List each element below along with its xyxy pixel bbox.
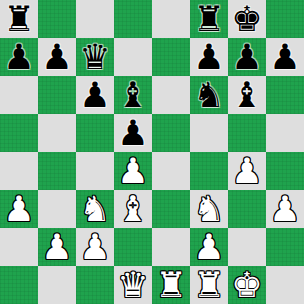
square-c4[interactable] bbox=[76, 152, 114, 190]
square-h1[interactable] bbox=[266, 266, 304, 304]
square-a3[interactable]: ♟ bbox=[0, 190, 38, 228]
white-pawn[interactable]: ♟ bbox=[117, 152, 148, 190]
black-king[interactable]: ♚ bbox=[231, 0, 262, 38]
square-c1[interactable] bbox=[76, 266, 114, 304]
square-g6[interactable]: ♝ bbox=[228, 76, 266, 114]
black-pawn[interactable]: ♟ bbox=[231, 38, 262, 76]
black-pawn[interactable]: ♟ bbox=[41, 38, 72, 76]
square-a6[interactable] bbox=[0, 76, 38, 114]
white-pawn[interactable]: ♟ bbox=[41, 228, 72, 266]
square-e4[interactable] bbox=[152, 152, 190, 190]
square-g7[interactable]: ♟ bbox=[228, 38, 266, 76]
black-pawn[interactable]: ♟ bbox=[79, 76, 110, 114]
square-b4[interactable] bbox=[38, 152, 76, 190]
square-a5[interactable] bbox=[0, 114, 38, 152]
square-e2[interactable] bbox=[152, 228, 190, 266]
square-e5[interactable] bbox=[152, 114, 190, 152]
square-h6[interactable] bbox=[266, 76, 304, 114]
black-rook[interactable]: ♜ bbox=[193, 0, 224, 38]
square-g3[interactable] bbox=[228, 190, 266, 228]
square-b2[interactable]: ♟ bbox=[38, 228, 76, 266]
square-f6[interactable]: ♞ bbox=[190, 76, 228, 114]
square-f1[interactable]: ♜ bbox=[190, 266, 228, 304]
black-pawn[interactable]: ♟ bbox=[193, 38, 224, 76]
white-pawn[interactable]: ♟ bbox=[79, 228, 110, 266]
white-rook[interactable]: ♜ bbox=[193, 266, 224, 304]
square-e6[interactable] bbox=[152, 76, 190, 114]
square-a4[interactable] bbox=[0, 152, 38, 190]
square-f7[interactable]: ♟ bbox=[190, 38, 228, 76]
square-f5[interactable] bbox=[190, 114, 228, 152]
square-d3[interactable]: ♝ bbox=[114, 190, 152, 228]
square-e3[interactable] bbox=[152, 190, 190, 228]
white-knight[interactable]: ♞ bbox=[193, 190, 224, 228]
square-h3[interactable]: ♟ bbox=[266, 190, 304, 228]
black-pawn[interactable]: ♟ bbox=[117, 114, 148, 152]
square-c8[interactable] bbox=[76, 0, 114, 38]
white-bishop[interactable]: ♝ bbox=[117, 190, 148, 228]
chess-board: ♜♜♚♟♟♛♟♟♟♟♝♞♝♟♟♟♟♞♝♞♟♟♟♟♛♜♜♚ bbox=[0, 0, 304, 304]
square-g1[interactable]: ♚ bbox=[228, 266, 266, 304]
square-b6[interactable] bbox=[38, 76, 76, 114]
square-d7[interactable] bbox=[114, 38, 152, 76]
square-b1[interactable] bbox=[38, 266, 76, 304]
white-pawn[interactable]: ♟ bbox=[3, 190, 34, 228]
white-queen[interactable]: ♛ bbox=[117, 266, 148, 304]
black-rook[interactable]: ♜ bbox=[3, 0, 34, 38]
square-h5[interactable] bbox=[266, 114, 304, 152]
square-f4[interactable] bbox=[190, 152, 228, 190]
black-queen[interactable]: ♛ bbox=[79, 38, 110, 76]
square-a7[interactable]: ♟ bbox=[0, 38, 38, 76]
square-c3[interactable]: ♞ bbox=[76, 190, 114, 228]
square-h2[interactable] bbox=[266, 228, 304, 266]
square-c5[interactable] bbox=[76, 114, 114, 152]
white-king[interactable]: ♚ bbox=[231, 266, 262, 304]
square-a2[interactable] bbox=[0, 228, 38, 266]
square-e8[interactable] bbox=[152, 0, 190, 38]
square-h7[interactable]: ♟ bbox=[266, 38, 304, 76]
square-c2[interactable]: ♟ bbox=[76, 228, 114, 266]
square-g2[interactable] bbox=[228, 228, 266, 266]
square-g4[interactable]: ♟ bbox=[228, 152, 266, 190]
square-f8[interactable]: ♜ bbox=[190, 0, 228, 38]
square-g8[interactable]: ♚ bbox=[228, 0, 266, 38]
square-d1[interactable]: ♛ bbox=[114, 266, 152, 304]
black-pawn[interactable]: ♟ bbox=[269, 38, 300, 76]
square-a1[interactable] bbox=[0, 266, 38, 304]
white-pawn[interactable]: ♟ bbox=[231, 152, 262, 190]
square-d8[interactable] bbox=[114, 0, 152, 38]
square-f3[interactable]: ♞ bbox=[190, 190, 228, 228]
white-pawn[interactable]: ♟ bbox=[269, 190, 300, 228]
square-f2[interactable]: ♟ bbox=[190, 228, 228, 266]
square-e7[interactable] bbox=[152, 38, 190, 76]
square-d6[interactable]: ♝ bbox=[114, 76, 152, 114]
square-d5[interactable]: ♟ bbox=[114, 114, 152, 152]
black-bishop[interactable]: ♝ bbox=[117, 76, 148, 114]
square-e1[interactable]: ♜ bbox=[152, 266, 190, 304]
white-rook[interactable]: ♜ bbox=[155, 266, 186, 304]
square-g5[interactable] bbox=[228, 114, 266, 152]
black-pawn[interactable]: ♟ bbox=[3, 38, 34, 76]
black-bishop[interactable]: ♝ bbox=[231, 76, 262, 114]
white-pawn[interactable]: ♟ bbox=[193, 228, 224, 266]
square-c6[interactable]: ♟ bbox=[76, 76, 114, 114]
square-h8[interactable] bbox=[266, 0, 304, 38]
square-b3[interactable] bbox=[38, 190, 76, 228]
square-b8[interactable] bbox=[38, 0, 76, 38]
square-b7[interactable]: ♟ bbox=[38, 38, 76, 76]
black-knight[interactable]: ♞ bbox=[193, 76, 224, 114]
square-d2[interactable] bbox=[114, 228, 152, 266]
square-c7[interactable]: ♛ bbox=[76, 38, 114, 76]
square-d4[interactable]: ♟ bbox=[114, 152, 152, 190]
square-a8[interactable]: ♜ bbox=[0, 0, 38, 38]
square-h4[interactable] bbox=[266, 152, 304, 190]
square-b5[interactable] bbox=[38, 114, 76, 152]
white-knight[interactable]: ♞ bbox=[79, 190, 110, 228]
